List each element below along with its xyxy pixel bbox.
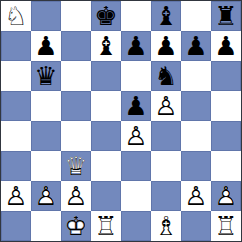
square-h4[interactable] <box>211 121 241 151</box>
white-piece-outline: ♙ <box>151 93 181 119</box>
square-a7[interactable] <box>1 31 31 61</box>
square-c3[interactable]: ♛♕ <box>61 151 91 181</box>
piece-white-king[interactable]: ♚♔ <box>61 211 91 241</box>
square-a1[interactable] <box>1 211 31 241</box>
black-piece-glyph: ♝ <box>91 33 121 59</box>
square-c1[interactable]: ♚♔ <box>61 211 91 241</box>
black-piece-glyph: ♞ <box>151 63 181 89</box>
square-f3[interactable] <box>151 151 181 181</box>
square-b3[interactable] <box>31 151 61 181</box>
black-piece-glyph: ♟ <box>151 33 181 59</box>
square-b8[interactable] <box>31 1 61 31</box>
square-h1[interactable]: ♜♖ <box>211 211 241 241</box>
black-piece-glyph: ♟ <box>181 33 211 59</box>
piece-black-pawn[interactable]: ♟ <box>181 31 211 61</box>
piece-white-rook[interactable]: ♜♖ <box>91 211 121 241</box>
piece-black-pawn[interactable]: ♟ <box>121 31 151 61</box>
piece-black-pawn[interactable]: ♟ <box>31 31 61 61</box>
square-h8[interactable]: ♜ <box>211 1 241 31</box>
white-piece-fill: ♟ <box>151 93 181 119</box>
white-piece-fill: ♞ <box>1 3 31 29</box>
square-c8[interactable] <box>61 1 91 31</box>
square-d1[interactable]: ♜♖ <box>91 211 121 241</box>
piece-black-rook[interactable]: ♜ <box>211 1 241 31</box>
square-a4[interactable] <box>1 121 31 151</box>
white-piece-outline: ♙ <box>31 183 61 209</box>
white-piece-outline: ♔ <box>61 213 91 239</box>
white-piece-outline: ♙ <box>181 183 211 209</box>
piece-white-pawn[interactable]: ♟♙ <box>1 181 31 211</box>
square-g7[interactable]: ♟ <box>181 31 211 61</box>
square-b5[interactable] <box>31 91 61 121</box>
piece-white-rook[interactable]: ♜♖ <box>211 211 241 241</box>
white-piece-fill: ♟ <box>211 183 241 209</box>
white-piece-outline: ♘ <box>1 3 31 29</box>
white-piece-fill: ♟ <box>31 183 61 209</box>
piece-white-pawn[interactable]: ♟♙ <box>211 181 241 211</box>
white-piece-outline: ♕ <box>61 153 91 179</box>
square-g3[interactable] <box>181 151 211 181</box>
white-piece-fill: ♛ <box>61 153 91 179</box>
square-f8[interactable]: ♝ <box>151 1 181 31</box>
square-f5[interactable]: ♟♙ <box>151 91 181 121</box>
square-a8[interactable]: ♞♘ <box>1 1 31 31</box>
white-piece-fill: ♟ <box>121 123 151 149</box>
black-piece-glyph: ♚ <box>91 3 121 29</box>
square-e4[interactable]: ♟♙ <box>121 121 151 151</box>
chess-board: ♞♘♚♝♜♟♝♟♟♟♟♛♞♟♟♙♟♙♛♕♟♙♟♙♟♙♟♙♟♙♚♔♜♖♝♗♜♖ <box>0 0 242 242</box>
black-piece-glyph: ♜ <box>211 3 241 29</box>
piece-black-pawn[interactable]: ♟ <box>211 31 241 61</box>
square-f6[interactable]: ♞ <box>151 61 181 91</box>
square-d3[interactable] <box>91 151 121 181</box>
square-h5[interactable] <box>211 91 241 121</box>
piece-black-king[interactable]: ♚ <box>91 1 121 31</box>
piece-white-pawn[interactable]: ♟♙ <box>121 121 151 151</box>
square-e1[interactable] <box>121 211 151 241</box>
white-piece-outline: ♙ <box>1 183 31 209</box>
square-b4[interactable] <box>31 121 61 151</box>
square-c4[interactable] <box>61 121 91 151</box>
piece-white-pawn[interactable]: ♟♙ <box>151 91 181 121</box>
piece-white-pawn[interactable]: ♟♙ <box>181 181 211 211</box>
black-piece-glyph: ♟ <box>211 33 241 59</box>
piece-black-bishop[interactable]: ♝ <box>91 31 121 61</box>
square-g6[interactable] <box>181 61 211 91</box>
black-piece-glyph: ♛ <box>31 63 61 89</box>
piece-white-pawn[interactable]: ♟♙ <box>31 181 61 211</box>
square-b2[interactable]: ♟♙ <box>31 181 61 211</box>
white-piece-outline: ♙ <box>211 183 241 209</box>
square-g1[interactable] <box>181 211 211 241</box>
white-piece-fill: ♟ <box>181 183 211 209</box>
square-b1[interactable] <box>31 211 61 241</box>
piece-black-pawn[interactable]: ♟ <box>121 91 151 121</box>
square-g5[interactable] <box>181 91 211 121</box>
square-d7[interactable]: ♝ <box>91 31 121 61</box>
black-piece-glyph: ♟ <box>121 33 151 59</box>
piece-black-queen[interactable]: ♛ <box>31 61 61 91</box>
square-d2[interactable] <box>91 181 121 211</box>
square-e7[interactable]: ♟ <box>121 31 151 61</box>
square-d5[interactable] <box>91 91 121 121</box>
piece-white-knight[interactable]: ♞♘ <box>1 1 31 31</box>
square-e3[interactable] <box>121 151 151 181</box>
square-h7[interactable]: ♟ <box>211 31 241 61</box>
square-f1[interactable]: ♝♗ <box>151 211 181 241</box>
white-piece-outline: ♙ <box>61 183 91 209</box>
piece-black-bishop[interactable]: ♝ <box>151 1 181 31</box>
white-piece-fill: ♟ <box>1 183 31 209</box>
piece-white-queen[interactable]: ♛♕ <box>61 151 91 181</box>
white-piece-outline: ♖ <box>91 213 121 239</box>
square-a2[interactable]: ♟♙ <box>1 181 31 211</box>
piece-white-pawn[interactable]: ♟♙ <box>61 181 91 211</box>
square-c6[interactable] <box>61 61 91 91</box>
square-b6[interactable]: ♛ <box>31 61 61 91</box>
square-g4[interactable] <box>181 121 211 151</box>
square-c2[interactable]: ♟♙ <box>61 181 91 211</box>
square-h6[interactable] <box>211 61 241 91</box>
square-d4[interactable] <box>91 121 121 151</box>
square-g2[interactable]: ♟♙ <box>181 181 211 211</box>
square-a5[interactable] <box>1 91 31 121</box>
square-f7[interactable]: ♟ <box>151 31 181 61</box>
white-piece-fill: ♝ <box>151 213 181 239</box>
square-c7[interactable] <box>61 31 91 61</box>
square-h2[interactable]: ♟♙ <box>211 181 241 211</box>
white-piece-fill: ♚ <box>61 213 91 239</box>
piece-white-bishop[interactable]: ♝♗ <box>151 211 181 241</box>
white-piece-fill: ♜ <box>91 213 121 239</box>
square-g8[interactable] <box>181 1 211 31</box>
square-e8[interactable] <box>121 1 151 31</box>
piece-black-pawn[interactable]: ♟ <box>151 31 181 61</box>
white-piece-outline: ♙ <box>121 123 151 149</box>
square-d6[interactable] <box>91 61 121 91</box>
square-d8[interactable]: ♚ <box>91 1 121 31</box>
black-piece-glyph: ♝ <box>151 3 181 29</box>
square-e6[interactable] <box>121 61 151 91</box>
square-b7[interactable]: ♟ <box>31 31 61 61</box>
white-piece-outline: ♗ <box>151 213 181 239</box>
white-piece-fill: ♟ <box>61 183 91 209</box>
square-a6[interactable] <box>1 61 31 91</box>
square-e2[interactable] <box>121 181 151 211</box>
black-piece-glyph: ♟ <box>31 33 61 59</box>
square-c5[interactable] <box>61 91 91 121</box>
white-piece-fill: ♜ <box>211 213 241 239</box>
square-e5[interactable]: ♟ <box>121 91 151 121</box>
square-f4[interactable] <box>151 121 181 151</box>
square-h3[interactable] <box>211 151 241 181</box>
piece-black-knight[interactable]: ♞ <box>151 61 181 91</box>
white-piece-outline: ♖ <box>211 213 241 239</box>
black-piece-glyph: ♟ <box>121 93 151 119</box>
square-f2[interactable] <box>151 181 181 211</box>
square-a3[interactable] <box>1 151 31 181</box>
